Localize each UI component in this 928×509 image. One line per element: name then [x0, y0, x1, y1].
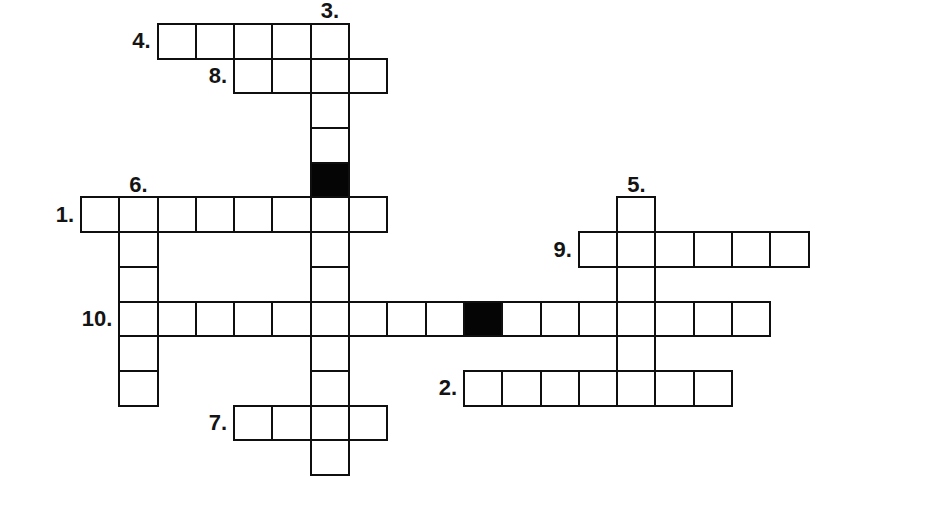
crossword-cell[interactable]	[310, 58, 350, 95]
crossword-cell[interactable]	[310, 405, 350, 442]
crossword-cell[interactable]	[195, 23, 235, 60]
crossword-cell[interactable]	[195, 196, 235, 233]
clue-number-2: 2.	[397, 374, 457, 401]
crossword-cell[interactable]	[118, 196, 158, 233]
crossword-cell[interactable]	[310, 23, 350, 60]
crossword-cell[interactable]	[578, 370, 618, 407]
crossword-cell[interactable]	[616, 335, 656, 372]
crossword-cell[interactable]	[348, 196, 388, 233]
crossword-cell[interactable]	[310, 335, 350, 372]
crossword-cell[interactable]	[654, 370, 694, 407]
crossword-cell[interactable]	[195, 301, 235, 338]
crossword-cell[interactable]	[271, 196, 311, 233]
crossword-cell[interactable]	[616, 231, 656, 268]
crossword-cell[interactable]	[271, 405, 311, 442]
crossword-cell[interactable]	[540, 370, 580, 407]
crossword-cell[interactable]	[80, 196, 120, 233]
crossword-cell[interactable]	[463, 370, 503, 407]
crossword-cell[interactable]	[654, 231, 694, 268]
crossword-cell[interactable]	[233, 196, 273, 233]
crossword-cell[interactable]	[157, 301, 197, 338]
crossword-cell[interactable]	[348, 301, 388, 338]
crossword-cell[interactable]	[310, 439, 350, 476]
clue-number-8: 8.	[167, 62, 227, 89]
clue-number-1: 1.	[14, 201, 74, 228]
crossword-cell[interactable]	[310, 301, 350, 338]
crossword-cell[interactable]	[501, 301, 541, 338]
crossword-cell[interactable]	[616, 196, 656, 233]
crossword-cell[interactable]	[501, 370, 541, 407]
crossword-cell[interactable]	[731, 301, 771, 338]
clue-number-10: 10.	[52, 305, 112, 332]
crossword-cell[interactable]	[654, 301, 694, 338]
crossword-cell[interactable]	[310, 231, 350, 268]
crossword-cell[interactable]	[310, 370, 350, 407]
clue-number-4: 4.	[91, 27, 151, 54]
crossword-cell[interactable]	[271, 58, 311, 95]
crossword-cell[interactable]	[310, 127, 350, 164]
page: 1.2.3.4.5.6.7.8.9.10.	[0, 0, 928, 509]
crossword-cell[interactable]	[118, 370, 158, 407]
crossword-cell[interactable]	[233, 301, 273, 338]
black-cell	[463, 301, 503, 338]
crossword-cell[interactable]	[310, 196, 350, 233]
crossword-cell[interactable]	[693, 231, 733, 268]
crossword-cell[interactable]	[271, 301, 311, 338]
crossword-cell[interactable]	[348, 58, 388, 95]
crossword-cell[interactable]	[693, 301, 733, 338]
crossword-cell[interactable]	[578, 231, 618, 268]
clue-number-6: 6.	[108, 171, 168, 198]
crossword-cell[interactable]	[118, 231, 158, 268]
crossword-cell[interactable]	[310, 266, 350, 303]
crossword-cell[interactable]	[616, 266, 656, 303]
crossword-board	[81, 24, 809, 475]
crossword-cell[interactable]	[769, 231, 809, 268]
clue-number-9: 9.	[512, 236, 572, 263]
crossword-cell[interactable]	[731, 231, 771, 268]
crossword-cell[interactable]	[271, 23, 311, 60]
crossword-cell[interactable]	[578, 301, 618, 338]
crossword-cell[interactable]	[233, 23, 273, 60]
clue-number-3: 3.	[300, 0, 360, 24]
crossword-cell[interactable]	[386, 301, 426, 338]
crossword-cell[interactable]	[693, 370, 733, 407]
crossword-cell[interactable]	[118, 335, 158, 372]
clue-number-5: 5.	[606, 171, 666, 198]
crossword-cell[interactable]	[233, 405, 273, 442]
crossword-cell[interactable]	[118, 301, 158, 338]
crossword-cell[interactable]	[616, 301, 656, 338]
crossword-cell[interactable]	[118, 266, 158, 303]
clue-number-7: 7.	[167, 409, 227, 436]
crossword-cell[interactable]	[616, 370, 656, 407]
black-cell	[310, 162, 350, 199]
crossword-cell[interactable]	[157, 23, 197, 60]
crossword-cell[interactable]	[233, 58, 273, 95]
crossword-cell[interactable]	[540, 301, 580, 338]
crossword-cell[interactable]	[348, 405, 388, 442]
crossword-cell[interactable]	[157, 196, 197, 233]
crossword-cell[interactable]	[425, 301, 465, 338]
crossword-cell[interactable]	[310, 92, 350, 129]
